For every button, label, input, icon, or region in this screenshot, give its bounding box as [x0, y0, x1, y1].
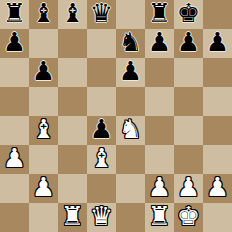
square-a7[interactable]: ♟	[0, 29, 29, 58]
square-e4[interactable]: ♞	[116, 116, 145, 145]
square-f8[interactable]: ♜	[145, 0, 174, 29]
square-a1[interactable]	[0, 203, 29, 232]
square-b8[interactable]: ♝	[29, 0, 58, 29]
square-b7[interactable]	[29, 29, 58, 58]
square-a3[interactable]: ♟	[0, 145, 29, 174]
square-c4[interactable]	[58, 116, 87, 145]
square-b3[interactable]	[29, 145, 58, 174]
piece-black-pawn[interactable]: ♟	[3, 29, 26, 57]
square-g3[interactable]	[174, 145, 203, 174]
square-g8[interactable]: ♚	[174, 0, 203, 29]
piece-black-rook[interactable]: ♜	[3, 0, 26, 28]
square-a2[interactable]	[0, 174, 29, 203]
square-h5[interactable]	[203, 87, 232, 116]
piece-black-knight[interactable]: ♞	[119, 29, 142, 57]
square-f1[interactable]: ♜	[145, 203, 174, 232]
piece-white-rook[interactable]: ♜	[148, 203, 171, 231]
square-f3[interactable]	[145, 145, 174, 174]
piece-white-king[interactable]: ♚	[177, 203, 200, 231]
square-b5[interactable]	[29, 87, 58, 116]
square-h3[interactable]	[203, 145, 232, 174]
square-d1[interactable]: ♛	[87, 203, 116, 232]
square-e3[interactable]	[116, 145, 145, 174]
square-d6[interactable]	[87, 58, 116, 87]
square-d4[interactable]: ♟	[87, 116, 116, 145]
square-e6[interactable]: ♟	[116, 58, 145, 87]
piece-black-pawn[interactable]: ♟	[32, 58, 55, 86]
square-h6[interactable]	[203, 58, 232, 87]
square-g6[interactable]	[174, 58, 203, 87]
square-d7[interactable]	[87, 29, 116, 58]
piece-black-bishop[interactable]: ♝	[32, 0, 55, 28]
square-g1[interactable]: ♚	[174, 203, 203, 232]
chess-board: ♜♝♝♛♜♚♟♞♟♟♟♟♟♝♟♞♟♝♟♟♟♟♜♛♜♚	[0, 0, 232, 232]
square-b6[interactable]: ♟	[29, 58, 58, 87]
piece-white-pawn[interactable]: ♟	[148, 174, 171, 202]
piece-black-rook[interactable]: ♜	[148, 0, 171, 28]
piece-black-pawn[interactable]: ♟	[206, 29, 229, 57]
piece-black-king[interactable]: ♚	[177, 0, 200, 28]
square-h1[interactable]	[203, 203, 232, 232]
square-h8[interactable]	[203, 0, 232, 29]
square-f7[interactable]: ♟	[145, 29, 174, 58]
square-d3[interactable]: ♝	[87, 145, 116, 174]
piece-white-pawn[interactable]: ♟	[206, 174, 229, 202]
piece-black-queen[interactable]: ♛	[90, 0, 113, 28]
square-c7[interactable]	[58, 29, 87, 58]
piece-white-rook[interactable]: ♜	[61, 203, 84, 231]
square-c1[interactable]: ♜	[58, 203, 87, 232]
square-e1[interactable]	[116, 203, 145, 232]
square-g7[interactable]: ♟	[174, 29, 203, 58]
square-e7[interactable]: ♞	[116, 29, 145, 58]
square-b2[interactable]: ♟	[29, 174, 58, 203]
square-e2[interactable]	[116, 174, 145, 203]
piece-white-pawn[interactable]: ♟	[32, 174, 55, 202]
square-a5[interactable]	[0, 87, 29, 116]
square-d8[interactable]: ♛	[87, 0, 116, 29]
square-h2[interactable]: ♟	[203, 174, 232, 203]
piece-white-pawn[interactable]: ♟	[177, 174, 200, 202]
square-c3[interactable]	[58, 145, 87, 174]
piece-black-pawn[interactable]: ♟	[177, 29, 200, 57]
square-c6[interactable]	[58, 58, 87, 87]
piece-white-bishop[interactable]: ♝	[32, 116, 55, 144]
square-e5[interactable]	[116, 87, 145, 116]
square-h4[interactable]	[203, 116, 232, 145]
square-a4[interactable]	[0, 116, 29, 145]
piece-black-pawn[interactable]: ♟	[90, 116, 113, 144]
square-g5[interactable]	[174, 87, 203, 116]
square-d5[interactable]	[87, 87, 116, 116]
square-h7[interactable]: ♟	[203, 29, 232, 58]
square-c8[interactable]: ♝	[58, 0, 87, 29]
square-b4[interactable]: ♝	[29, 116, 58, 145]
square-g2[interactable]: ♟	[174, 174, 203, 203]
piece-black-bishop[interactable]: ♝	[61, 0, 84, 28]
square-a8[interactable]: ♜	[0, 0, 29, 29]
square-a6[interactable]	[0, 58, 29, 87]
piece-black-pawn[interactable]: ♟	[119, 58, 142, 86]
square-e8[interactable]	[116, 0, 145, 29]
piece-white-pawn[interactable]: ♟	[3, 145, 26, 173]
square-g4[interactable]	[174, 116, 203, 145]
piece-white-knight[interactable]: ♞	[119, 116, 142, 144]
square-f2[interactable]: ♟	[145, 174, 174, 203]
piece-black-pawn[interactable]: ♟	[148, 29, 171, 57]
square-f6[interactable]	[145, 58, 174, 87]
square-c5[interactable]	[58, 87, 87, 116]
square-d2[interactable]	[87, 174, 116, 203]
square-f5[interactable]	[145, 87, 174, 116]
square-c2[interactable]	[58, 174, 87, 203]
square-b1[interactable]	[29, 203, 58, 232]
piece-white-bishop[interactable]: ♝	[90, 145, 113, 173]
piece-white-queen[interactable]: ♛	[90, 203, 113, 231]
square-f4[interactable]	[145, 116, 174, 145]
